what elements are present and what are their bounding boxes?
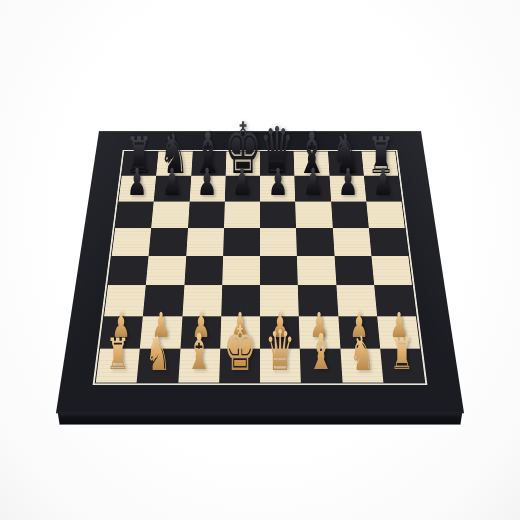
square-c4[interactable] (184, 256, 223, 285)
piece-black-pawn-f7[interactable]: ♟ (303, 165, 323, 202)
square-b5[interactable] (149, 228, 188, 256)
piece-white-knight-g1[interactable]: ♞ (349, 329, 375, 377)
piece-black-pawn-e7[interactable]: ♟ (268, 165, 288, 202)
square-e6[interactable] (260, 201, 296, 228)
square-d6[interactable] (224, 201, 260, 228)
square-c6[interactable] (188, 201, 225, 228)
piece-white-bishop-c1[interactable]: ♝ (186, 328, 213, 378)
piece-white-knight-b1[interactable]: ♞ (146, 329, 172, 377)
piece-white-bishop-f1[interactable]: ♝ (307, 328, 334, 378)
square-h6[interactable] (366, 201, 405, 228)
photo-scene: ♜♞♝♚♛♝♞♜♟♟♟♟♟♟♟♟♟♟♟♟♟♟♟♟♜♞♝♚♛♝♞♜ (0, 0, 520, 520)
piece-black-pawn-h7[interactable]: ♟ (373, 165, 393, 202)
square-g4[interactable] (334, 256, 374, 285)
square-h4[interactable] (371, 256, 412, 285)
square-f5[interactable] (296, 228, 334, 256)
square-h5[interactable] (369, 228, 409, 256)
piece-black-pawn-b7[interactable]: ♟ (162, 165, 182, 202)
square-c5[interactable] (186, 228, 224, 256)
square-a4[interactable] (108, 256, 149, 285)
square-a5[interactable] (112, 228, 152, 256)
square-b6[interactable] (151, 201, 189, 228)
piece-black-pawn-c7[interactable]: ♟ (197, 165, 217, 202)
square-a6[interactable] (115, 201, 154, 228)
square-g5[interactable] (332, 228, 371, 256)
square-b4[interactable] (146, 256, 186, 285)
square-d5[interactable] (223, 228, 260, 256)
square-d4[interactable] (222, 256, 260, 285)
square-e5[interactable] (260, 228, 297, 256)
piece-white-rook-a1[interactable]: ♜ (106, 333, 129, 377)
piece-white-rook-h1[interactable]: ♜ (390, 333, 413, 377)
board-side-edge (56, 412, 464, 425)
piece-black-pawn-g7[interactable]: ♟ (338, 165, 358, 202)
piece-white-king-d1[interactable]: ♚ (223, 318, 256, 380)
square-g6[interactable] (331, 201, 369, 228)
piece-white-queen-e1[interactable]: ♛ (265, 323, 295, 379)
square-f4[interactable] (297, 256, 336, 285)
piece-black-pawn-d7[interactable]: ♟ (232, 165, 252, 202)
square-f6[interactable] (295, 201, 332, 228)
piece-black-pawn-a7[interactable]: ♟ (127, 165, 147, 202)
square-e4[interactable] (260, 256, 298, 285)
